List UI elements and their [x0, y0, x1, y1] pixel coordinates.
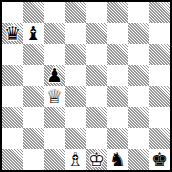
- square-d5[interactable]: [65, 65, 86, 86]
- square-e6[interactable]: [86, 44, 107, 65]
- black-king-icon: ♚: [149, 149, 170, 170]
- square-h1[interactable]: ♚♚: [149, 149, 170, 170]
- square-f8[interactable]: [107, 2, 128, 23]
- square-g1[interactable]: [128, 149, 149, 170]
- square-c1[interactable]: [44, 149, 65, 170]
- square-c4[interactable]: ♛♕: [44, 86, 65, 107]
- black-queen-piece[interactable]: ♛♛: [2, 23, 23, 44]
- square-d4[interactable]: [65, 86, 86, 107]
- black-pawn-icon: ♟: [44, 65, 65, 86]
- black-bishop-piece[interactable]: ♝♝: [23, 23, 44, 44]
- square-f1[interactable]: ♞♞: [107, 149, 128, 170]
- square-e8[interactable]: [86, 2, 107, 23]
- square-f6[interactable]: [107, 44, 128, 65]
- square-b4[interactable]: [23, 86, 44, 107]
- square-a2[interactable]: [2, 128, 23, 149]
- square-f2[interactable]: [107, 128, 128, 149]
- square-b7[interactable]: ♝♝: [23, 23, 44, 44]
- white-queen-piece[interactable]: ♛♕: [44, 86, 65, 107]
- square-b2[interactable]: [23, 128, 44, 149]
- square-d2[interactable]: [65, 128, 86, 149]
- square-g7[interactable]: [128, 23, 149, 44]
- square-g8[interactable]: [128, 2, 149, 23]
- square-e7[interactable]: [86, 23, 107, 44]
- square-d3[interactable]: [65, 107, 86, 128]
- square-g3[interactable]: [128, 107, 149, 128]
- square-g2[interactable]: [128, 128, 149, 149]
- white-king-icon: ♔: [86, 149, 107, 170]
- square-f7[interactable]: [107, 23, 128, 44]
- square-a5[interactable]: [2, 65, 23, 86]
- square-b8[interactable]: [23, 2, 44, 23]
- black-queen-icon: ♛: [2, 23, 23, 44]
- square-f5[interactable]: [107, 65, 128, 86]
- black-knight-icon: ♞: [107, 149, 128, 170]
- square-b1[interactable]: [23, 149, 44, 170]
- square-a7[interactable]: ♛♛: [2, 23, 23, 44]
- square-f3[interactable]: [107, 107, 128, 128]
- black-pawn-piece[interactable]: ♟♟: [44, 65, 65, 86]
- square-h4[interactable]: [149, 86, 170, 107]
- white-bishop-icon: ♗: [65, 149, 86, 170]
- square-g5[interactable]: [128, 65, 149, 86]
- chess-board: ♛♛♝♝♟♟♛♕♝♗♚♔♞♞♚♚: [0, 0, 172, 172]
- square-g4[interactable]: [128, 86, 149, 107]
- square-h2[interactable]: [149, 128, 170, 149]
- white-queen-icon: ♕: [44, 86, 65, 107]
- square-a3[interactable]: [2, 107, 23, 128]
- square-d6[interactable]: [65, 44, 86, 65]
- square-c6[interactable]: [44, 44, 65, 65]
- square-h6[interactable]: [149, 44, 170, 65]
- square-a4[interactable]: [2, 86, 23, 107]
- square-h3[interactable]: [149, 107, 170, 128]
- black-bishop-icon: ♝: [23, 23, 44, 44]
- square-a6[interactable]: [2, 44, 23, 65]
- square-c5[interactable]: ♟♟: [44, 65, 65, 86]
- square-e2[interactable]: [86, 128, 107, 149]
- square-h8[interactable]: [149, 2, 170, 23]
- square-c2[interactable]: [44, 128, 65, 149]
- square-e1[interactable]: ♚♔: [86, 149, 107, 170]
- square-c7[interactable]: [44, 23, 65, 44]
- square-c3[interactable]: [44, 107, 65, 128]
- square-b3[interactable]: [23, 107, 44, 128]
- square-f4[interactable]: [107, 86, 128, 107]
- white-king-piece[interactable]: ♚♔: [86, 149, 107, 170]
- square-b5[interactable]: [23, 65, 44, 86]
- square-a1[interactable]: [2, 149, 23, 170]
- square-d7[interactable]: [65, 23, 86, 44]
- square-c8[interactable]: [44, 2, 65, 23]
- square-e5[interactable]: [86, 65, 107, 86]
- chess-diagram: ♛♛♝♝♟♟♛♕♝♗♚♔♞♞♚♚: [0, 0, 172, 172]
- square-d1[interactable]: ♝♗: [65, 149, 86, 170]
- square-h5[interactable]: [149, 65, 170, 86]
- white-bishop-piece[interactable]: ♝♗: [65, 149, 86, 170]
- square-b6[interactable]: [23, 44, 44, 65]
- square-a8[interactable]: [2, 2, 23, 23]
- square-d8[interactable]: [65, 2, 86, 23]
- square-g6[interactable]: [128, 44, 149, 65]
- square-e4[interactable]: [86, 86, 107, 107]
- square-e3[interactable]: [86, 107, 107, 128]
- square-h7[interactable]: [149, 23, 170, 44]
- black-king-piece[interactable]: ♚♚: [149, 149, 170, 170]
- black-knight-piece[interactable]: ♞♞: [107, 149, 128, 170]
